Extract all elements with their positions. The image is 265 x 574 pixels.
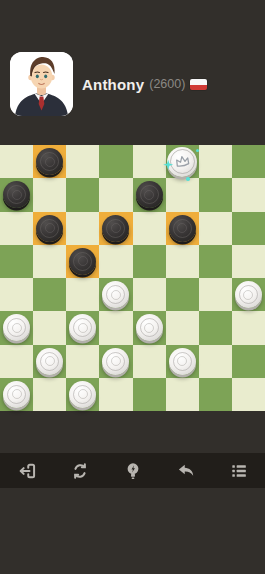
board-square-r1c6[interactable] [166, 145, 199, 178]
board-square-r5c5[interactable] [133, 278, 166, 311]
board-square-r4c3[interactable] [66, 245, 99, 278]
board-square-r4c5[interactable] [133, 245, 166, 278]
board-square-r2c7[interactable] [199, 178, 232, 211]
board-square-r6c2[interactable] [33, 311, 66, 344]
app-screen: Anthony (2600) [0, 0, 265, 574]
player-avatar [10, 52, 73, 116]
board-square-r1c4[interactable] [99, 145, 132, 178]
board-square-r7c5[interactable] [133, 345, 166, 378]
board-square-r7c3[interactable] [66, 345, 99, 378]
board-square-r8c3[interactable] [66, 378, 99, 411]
player-rating: (2600) [149, 77, 185, 91]
white-man[interactable] [102, 348, 129, 375]
board-square-r1c7[interactable] [199, 145, 232, 178]
undo-button[interactable] [169, 453, 203, 488]
white-man[interactable] [136, 314, 163, 341]
player-info: Anthony (2600) [82, 52, 207, 116]
board-square-r8c4[interactable] [99, 378, 132, 411]
board-square-r3c6[interactable] [166, 212, 199, 245]
board-square-r2c6[interactable] [166, 178, 199, 211]
board-square-r3c5[interactable] [133, 212, 166, 245]
black-man[interactable] [36, 148, 63, 175]
board-square-r4c8[interactable] [232, 245, 265, 278]
exit-icon [17, 461, 37, 481]
board-square-r2c5[interactable] [133, 178, 166, 211]
board-square-r8c8[interactable] [232, 378, 265, 411]
white-man[interactable] [235, 281, 262, 308]
flip-board-button[interactable] [63, 453, 97, 488]
sparkle-icon [186, 177, 190, 181]
white-man[interactable] [69, 314, 96, 341]
board-square-r5c6[interactable] [166, 278, 199, 311]
board-square-r7c2[interactable] [33, 345, 66, 378]
board-square-r8c7[interactable] [199, 378, 232, 411]
board-square-r5c8[interactable] [232, 278, 265, 311]
move-list-button[interactable] [222, 453, 256, 488]
board-square-r4c1[interactable] [0, 245, 33, 278]
black-man[interactable] [69, 248, 96, 275]
poland-flag-icon [190, 79, 207, 90]
board-square-r6c5[interactable] [133, 311, 166, 344]
sparkle-icon [163, 160, 173, 170]
board-square-r7c8[interactable] [232, 345, 265, 378]
crown-icon [171, 152, 193, 171]
board-square-r6c1[interactable] [0, 311, 33, 344]
board-square-r2c1[interactable] [0, 178, 33, 211]
white-man[interactable] [69, 381, 96, 408]
board-square-r8c1[interactable] [0, 378, 33, 411]
black-man[interactable] [36, 215, 63, 242]
board-square-r5c3[interactable] [66, 278, 99, 311]
board [0, 145, 265, 411]
lightbulb-icon [124, 461, 142, 481]
board-square-r1c3[interactable] [66, 145, 99, 178]
board-square-r4c6[interactable] [166, 245, 199, 278]
board-square-r2c4[interactable] [99, 178, 132, 211]
player-name: Anthony [82, 76, 144, 93]
board-square-r2c3[interactable] [66, 178, 99, 211]
board-square-r1c8[interactable] [232, 145, 265, 178]
white-man[interactable] [3, 381, 30, 408]
board-square-r6c3[interactable] [66, 311, 99, 344]
board-square-r7c6[interactable] [166, 345, 199, 378]
board-square-r1c2[interactable] [33, 145, 66, 178]
board-square-r6c8[interactable] [232, 311, 265, 344]
white-king[interactable] [167, 147, 197, 177]
board-square-r3c7[interactable] [199, 212, 232, 245]
board-square-r7c4[interactable] [99, 345, 132, 378]
white-man[interactable] [102, 281, 129, 308]
board-square-r8c2[interactable] [33, 378, 66, 411]
board-square-r3c1[interactable] [0, 212, 33, 245]
white-man[interactable] [169, 348, 196, 375]
black-man[interactable] [136, 181, 163, 208]
board-square-r3c3[interactable] [66, 212, 99, 245]
board-square-r2c2[interactable] [33, 178, 66, 211]
board-square-r1c1[interactable] [0, 145, 33, 178]
board-square-r3c8[interactable] [232, 212, 265, 245]
board-square-r3c4[interactable] [99, 212, 132, 245]
board-square-r3c2[interactable] [33, 212, 66, 245]
undo-arrow-icon [176, 461, 196, 481]
list-icon [229, 461, 249, 481]
board-square-r6c7[interactable] [199, 311, 232, 344]
white-man[interactable] [36, 348, 63, 375]
board-square-r1c5[interactable] [133, 145, 166, 178]
avatar-illustration [10, 52, 73, 116]
board-square-r7c7[interactable] [199, 345, 232, 378]
board-square-r4c4[interactable] [99, 245, 132, 278]
board-square-r5c7[interactable] [199, 278, 232, 311]
board-square-r6c4[interactable] [99, 311, 132, 344]
board-square-r4c2[interactable] [33, 245, 66, 278]
black-man[interactable] [102, 215, 129, 242]
exit-button[interactable] [10, 453, 44, 488]
board-square-r4c7[interactable] [199, 245, 232, 278]
board-square-r8c6[interactable] [166, 378, 199, 411]
board-square-r6c6[interactable] [166, 311, 199, 344]
board-square-r5c4[interactable] [99, 278, 132, 311]
board-square-r5c1[interactable] [0, 278, 33, 311]
hint-button[interactable] [116, 453, 150, 488]
board-square-r5c2[interactable] [33, 278, 66, 311]
black-man[interactable] [3, 181, 30, 208]
board-square-r8c5[interactable] [133, 378, 166, 411]
white-man[interactable] [3, 314, 30, 341]
black-man[interactable] [169, 215, 196, 242]
board-square-r7c1[interactable] [0, 345, 33, 378]
toolbar [0, 453, 265, 488]
board-square-r2c8[interactable] [232, 178, 265, 211]
refresh-icon [70, 461, 90, 481]
